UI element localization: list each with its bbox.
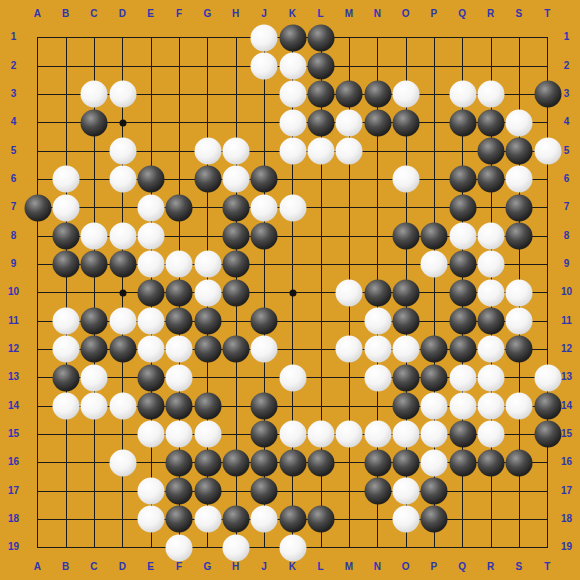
- row-label-right: 11: [561, 316, 572, 326]
- black-stone-J6[interactable]: [251, 166, 278, 193]
- black-stone-D9[interactable]: [109, 251, 136, 278]
- white-stone-R15[interactable]: [478, 421, 505, 448]
- white-stone-P9[interactable]: [421, 251, 448, 278]
- white-stone-C8[interactable]: [81, 223, 108, 250]
- black-stone-O11[interactable]: [393, 308, 420, 335]
- column-label-bottom: R: [487, 562, 494, 572]
- white-stone-K4[interactable]: [279, 109, 306, 136]
- black-stone-M3[interactable]: [336, 81, 363, 108]
- black-stone-K16[interactable]: [279, 449, 306, 476]
- white-stone-C3[interactable]: [81, 81, 108, 108]
- white-stone-S14[interactable]: [506, 393, 533, 420]
- white-stone-F9[interactable]: [166, 251, 193, 278]
- white-stone-R14[interactable]: [478, 393, 505, 420]
- grid-line-vertical: [547, 37, 548, 548]
- column-label-top: D: [119, 9, 126, 19]
- white-stone-J1[interactable]: [251, 24, 278, 51]
- white-stone-F13[interactable]: [166, 364, 193, 391]
- white-stone-D8[interactable]: [109, 223, 136, 250]
- black-stone-F11[interactable]: [166, 308, 193, 335]
- white-stone-R13[interactable]: [478, 364, 505, 391]
- black-stone-N16[interactable]: [364, 449, 391, 476]
- black-stone-P13[interactable]: [421, 364, 448, 391]
- black-stone-D12[interactable]: [109, 336, 136, 363]
- black-stone-L4[interactable]: [308, 109, 335, 136]
- column-label-top: J: [261, 9, 267, 19]
- row-label-left: 1: [11, 32, 17, 42]
- row-label-left: 4: [11, 117, 17, 127]
- white-stone-T5[interactable]: [534, 138, 561, 165]
- star-point: [119, 289, 126, 296]
- black-stone-P12[interactable]: [421, 336, 448, 363]
- black-stone-T15[interactable]: [534, 421, 561, 448]
- black-stone-Q15[interactable]: [449, 421, 476, 448]
- white-stone-B7[interactable]: [53, 194, 80, 221]
- black-stone-L18[interactable]: [308, 506, 335, 533]
- white-stone-K5[interactable]: [279, 138, 306, 165]
- row-label-right: 14: [561, 401, 572, 411]
- black-stone-P18[interactable]: [421, 506, 448, 533]
- black-stone-O13[interactable]: [393, 364, 420, 391]
- column-label-top: S: [516, 9, 523, 19]
- white-stone-M5[interactable]: [336, 138, 363, 165]
- black-stone-C11[interactable]: [81, 308, 108, 335]
- black-stone-H9[interactable]: [223, 251, 250, 278]
- go-board: AABBCCDDEEFFGGHHJJKKLLMMNNOOPPQQRRSSTT11…: [0, 0, 580, 580]
- black-stone-F7[interactable]: [166, 194, 193, 221]
- white-stone-S11[interactable]: [506, 308, 533, 335]
- column-label-top: Q: [458, 9, 466, 19]
- row-label-right: 16: [561, 457, 572, 467]
- white-stone-K19[interactable]: [279, 534, 306, 561]
- black-stone-S8[interactable]: [506, 223, 533, 250]
- white-stone-C13[interactable]: [81, 364, 108, 391]
- black-stone-R5[interactable]: [478, 138, 505, 165]
- column-label-bottom: E: [147, 562, 154, 572]
- black-stone-J15[interactable]: [251, 421, 278, 448]
- white-stone-R9[interactable]: [478, 251, 505, 278]
- white-stone-L5[interactable]: [308, 138, 335, 165]
- row-label-left: 9: [11, 259, 17, 269]
- white-stone-K2[interactable]: [279, 53, 306, 80]
- row-label-right: 8: [564, 231, 570, 241]
- column-label-bottom: L: [318, 562, 324, 572]
- white-stone-O17[interactable]: [393, 478, 420, 505]
- grid-line-horizontal: [37, 491, 548, 492]
- black-stone-L3[interactable]: [308, 81, 335, 108]
- white-stone-B14[interactable]: [53, 393, 80, 420]
- black-stone-C4[interactable]: [81, 109, 108, 136]
- white-stone-G10[interactable]: [194, 279, 221, 306]
- black-stone-H12[interactable]: [223, 336, 250, 363]
- row-label-right: 4: [564, 117, 570, 127]
- black-stone-S16[interactable]: [506, 449, 533, 476]
- column-label-top: F: [176, 9, 182, 19]
- white-stone-P15[interactable]: [421, 421, 448, 448]
- black-stone-F18[interactable]: [166, 506, 193, 533]
- black-stone-C12[interactable]: [81, 336, 108, 363]
- white-stone-L15[interactable]: [308, 421, 335, 448]
- black-stone-G11[interactable]: [194, 308, 221, 335]
- black-stone-O8[interactable]: [393, 223, 420, 250]
- white-stone-M10[interactable]: [336, 279, 363, 306]
- black-stone-T14[interactable]: [534, 393, 561, 420]
- row-label-left: 18: [8, 514, 19, 524]
- white-stone-K13[interactable]: [279, 364, 306, 391]
- row-label-left: 3: [11, 89, 17, 99]
- white-stone-E7[interactable]: [138, 194, 165, 221]
- black-stone-F16[interactable]: [166, 449, 193, 476]
- white-stone-E18[interactable]: [138, 506, 165, 533]
- white-stone-Q3[interactable]: [449, 81, 476, 108]
- column-label-bottom: G: [203, 562, 211, 572]
- row-label-right: 5: [564, 146, 570, 156]
- row-label-right: 13: [561, 372, 572, 382]
- column-label-top: E: [147, 9, 154, 19]
- white-stone-F12[interactable]: [166, 336, 193, 363]
- black-stone-Q11[interactable]: [449, 308, 476, 335]
- white-stone-D16[interactable]: [109, 449, 136, 476]
- column-label-bottom: D: [119, 562, 126, 572]
- white-stone-O15[interactable]: [393, 421, 420, 448]
- white-stone-H6[interactable]: [223, 166, 250, 193]
- white-stone-M4[interactable]: [336, 109, 363, 136]
- black-stone-N10[interactable]: [364, 279, 391, 306]
- white-stone-N11[interactable]: [364, 308, 391, 335]
- row-label-left: 2: [11, 61, 17, 71]
- black-stone-E13[interactable]: [138, 364, 165, 391]
- white-stone-E8[interactable]: [138, 223, 165, 250]
- row-label-left: 19: [8, 542, 19, 552]
- black-stone-K18[interactable]: [279, 506, 306, 533]
- row-label-left: 14: [8, 401, 19, 411]
- black-stone-Q6[interactable]: [449, 166, 476, 193]
- row-label-right: 9: [564, 259, 570, 269]
- black-stone-S5[interactable]: [506, 138, 533, 165]
- black-stone-J17[interactable]: [251, 478, 278, 505]
- row-label-left: 6: [11, 174, 17, 184]
- column-label-bottom: T: [544, 562, 550, 572]
- black-stone-F17[interactable]: [166, 478, 193, 505]
- white-stone-K7[interactable]: [279, 194, 306, 221]
- star-point: [119, 119, 126, 126]
- column-label-bottom: F: [176, 562, 182, 572]
- black-stone-L1[interactable]: [308, 24, 335, 51]
- black-stone-R11[interactable]: [478, 308, 505, 335]
- black-stone-J16[interactable]: [251, 449, 278, 476]
- black-stone-F14[interactable]: [166, 393, 193, 420]
- black-stone-O10[interactable]: [393, 279, 420, 306]
- white-stone-G15[interactable]: [194, 421, 221, 448]
- black-stone-G12[interactable]: [194, 336, 221, 363]
- row-label-right: 18: [561, 514, 572, 524]
- black-stone-G17[interactable]: [194, 478, 221, 505]
- row-label-left: 16: [8, 457, 19, 467]
- black-stone-J8[interactable]: [251, 223, 278, 250]
- white-stone-O6[interactable]: [393, 166, 420, 193]
- black-stone-C9[interactable]: [81, 251, 108, 278]
- row-label-left: 5: [11, 146, 17, 156]
- column-label-bottom: B: [62, 562, 69, 572]
- black-stone-P8[interactable]: [421, 223, 448, 250]
- black-stone-N17[interactable]: [364, 478, 391, 505]
- black-stone-G14[interactable]: [194, 393, 221, 420]
- white-stone-R8[interactable]: [478, 223, 505, 250]
- black-stone-Q12[interactable]: [449, 336, 476, 363]
- column-label-bottom: Q: [458, 562, 466, 572]
- column-label-top: R: [487, 9, 494, 19]
- black-stone-L16[interactable]: [308, 449, 335, 476]
- white-stone-E12[interactable]: [138, 336, 165, 363]
- white-stone-D5[interactable]: [109, 138, 136, 165]
- white-stone-K3[interactable]: [279, 81, 306, 108]
- black-stone-Q9[interactable]: [449, 251, 476, 278]
- black-stone-J11[interactable]: [251, 308, 278, 335]
- white-stone-E15[interactable]: [138, 421, 165, 448]
- black-stone-B13[interactable]: [53, 364, 80, 391]
- black-stone-O4[interactable]: [393, 109, 420, 136]
- white-stone-E11[interactable]: [138, 308, 165, 335]
- white-stone-Q8[interactable]: [449, 223, 476, 250]
- white-stone-B11[interactable]: [53, 308, 80, 335]
- column-label-bottom: P: [431, 562, 438, 572]
- row-label-right: 1: [564, 32, 570, 42]
- white-stone-T13[interactable]: [534, 364, 561, 391]
- white-stone-S6[interactable]: [506, 166, 533, 193]
- white-stone-B6[interactable]: [53, 166, 80, 193]
- black-stone-G16[interactable]: [194, 449, 221, 476]
- white-stone-C14[interactable]: [81, 393, 108, 420]
- white-stone-J12[interactable]: [251, 336, 278, 363]
- white-stone-E9[interactable]: [138, 251, 165, 278]
- row-label-right: 17: [561, 486, 572, 496]
- column-label-top: N: [374, 9, 381, 19]
- black-stone-F10[interactable]: [166, 279, 193, 306]
- row-label-right: 6: [564, 174, 570, 184]
- white-stone-M15[interactable]: [336, 421, 363, 448]
- black-stone-E10[interactable]: [138, 279, 165, 306]
- white-stone-D3[interactable]: [109, 81, 136, 108]
- black-stone-G6[interactable]: [194, 166, 221, 193]
- column-label-bottom: A: [34, 562, 41, 572]
- white-stone-O18[interactable]: [393, 506, 420, 533]
- black-stone-H16[interactable]: [223, 449, 250, 476]
- white-stone-S10[interactable]: [506, 279, 533, 306]
- row-label-left: 7: [11, 202, 17, 212]
- black-stone-Q10[interactable]: [449, 279, 476, 306]
- white-stone-Q14[interactable]: [449, 393, 476, 420]
- black-stone-K1[interactable]: [279, 24, 306, 51]
- column-label-top: T: [544, 9, 550, 19]
- row-label-left: 13: [8, 372, 19, 382]
- row-label-left: 17: [8, 486, 19, 496]
- column-label-top: L: [318, 9, 324, 19]
- row-label-left: 8: [11, 231, 17, 241]
- column-label-top: C: [90, 9, 97, 19]
- white-stone-F15[interactable]: [166, 421, 193, 448]
- white-stone-O12[interactable]: [393, 336, 420, 363]
- column-label-top: B: [62, 9, 69, 19]
- white-stone-N13[interactable]: [364, 364, 391, 391]
- black-stone-Q4[interactable]: [449, 109, 476, 136]
- star-point: [289, 289, 296, 296]
- white-stone-G5[interactable]: [194, 138, 221, 165]
- row-label-left: 12: [8, 344, 19, 354]
- black-stone-N3[interactable]: [364, 81, 391, 108]
- column-label-bottom: H: [232, 562, 239, 572]
- white-stone-E17[interactable]: [138, 478, 165, 505]
- black-stone-B8[interactable]: [53, 223, 80, 250]
- white-stone-O3[interactable]: [393, 81, 420, 108]
- black-stone-E6[interactable]: [138, 166, 165, 193]
- white-stone-P14[interactable]: [421, 393, 448, 420]
- white-stone-S4[interactable]: [506, 109, 533, 136]
- row-label-right: 7: [564, 202, 570, 212]
- white-stone-P16[interactable]: [421, 449, 448, 476]
- column-label-bottom: S: [516, 562, 523, 572]
- column-label-bottom: O: [402, 562, 410, 572]
- row-label-left: 15: [8, 429, 19, 439]
- black-stone-R6[interactable]: [478, 166, 505, 193]
- row-label-right: 2: [564, 61, 570, 71]
- column-label-bottom: K: [289, 562, 296, 572]
- row-label-right: 19: [561, 542, 572, 552]
- white-stone-F19[interactable]: [166, 534, 193, 561]
- black-stone-L2[interactable]: [308, 53, 335, 80]
- column-label-top: P: [431, 9, 438, 19]
- black-stone-Q16[interactable]: [449, 449, 476, 476]
- row-label-right: 15: [561, 429, 572, 439]
- black-stone-J14[interactable]: [251, 393, 278, 420]
- white-stone-G18[interactable]: [194, 506, 221, 533]
- column-label-top: K: [289, 9, 296, 19]
- black-stone-H18[interactable]: [223, 506, 250, 533]
- column-label-top: H: [232, 9, 239, 19]
- white-stone-D14[interactable]: [109, 393, 136, 420]
- black-stone-S7[interactable]: [506, 194, 533, 221]
- column-label-bottom: N: [374, 562, 381, 572]
- black-stone-A7[interactable]: [24, 194, 51, 221]
- column-label-top: O: [402, 9, 410, 19]
- black-stone-O16[interactable]: [393, 449, 420, 476]
- column-label-top: A: [34, 9, 41, 19]
- white-stone-G9[interactable]: [194, 251, 221, 278]
- white-stone-J7[interactable]: [251, 194, 278, 221]
- white-stone-R3[interactable]: [478, 81, 505, 108]
- white-stone-N12[interactable]: [364, 336, 391, 363]
- black-stone-S12[interactable]: [506, 336, 533, 363]
- black-stone-N4[interactable]: [364, 109, 391, 136]
- white-stone-D6[interactable]: [109, 166, 136, 193]
- column-label-bottom: J: [261, 562, 267, 572]
- white-stone-Q13[interactable]: [449, 364, 476, 391]
- white-stone-J2[interactable]: [251, 53, 278, 80]
- black-stone-P17[interactable]: [421, 478, 448, 505]
- black-stone-E14[interactable]: [138, 393, 165, 420]
- white-stone-N15[interactable]: [364, 421, 391, 448]
- black-stone-T3[interactable]: [534, 81, 561, 108]
- column-label-bottom: M: [345, 562, 353, 572]
- black-stone-H8[interactable]: [223, 223, 250, 250]
- white-stone-K15[interactable]: [279, 421, 306, 448]
- white-stone-R10[interactable]: [478, 279, 505, 306]
- column-label-bottom: C: [90, 562, 97, 572]
- row-label-right: 10: [561, 287, 572, 297]
- white-stone-D11[interactable]: [109, 308, 136, 335]
- black-stone-H10[interactable]: [223, 279, 250, 306]
- black-stone-B9[interactable]: [53, 251, 80, 278]
- row-label-left: 10: [8, 287, 19, 297]
- black-stone-Q7[interactable]: [449, 194, 476, 221]
- white-stone-B12[interactable]: [53, 336, 80, 363]
- row-label-right: 12: [561, 344, 572, 354]
- white-stone-J18[interactable]: [251, 506, 278, 533]
- white-stone-R12[interactable]: [478, 336, 505, 363]
- white-stone-H5[interactable]: [223, 138, 250, 165]
- row-label-right: 3: [564, 89, 570, 99]
- black-stone-R4[interactable]: [478, 109, 505, 136]
- black-stone-O14[interactable]: [393, 393, 420, 420]
- white-stone-M12[interactable]: [336, 336, 363, 363]
- black-stone-H7[interactable]: [223, 194, 250, 221]
- black-stone-R16[interactable]: [478, 449, 505, 476]
- column-label-top: G: [203, 9, 211, 19]
- white-stone-H19[interactable]: [223, 534, 250, 561]
- column-label-top: M: [345, 9, 353, 19]
- row-label-left: 11: [8, 316, 19, 326]
